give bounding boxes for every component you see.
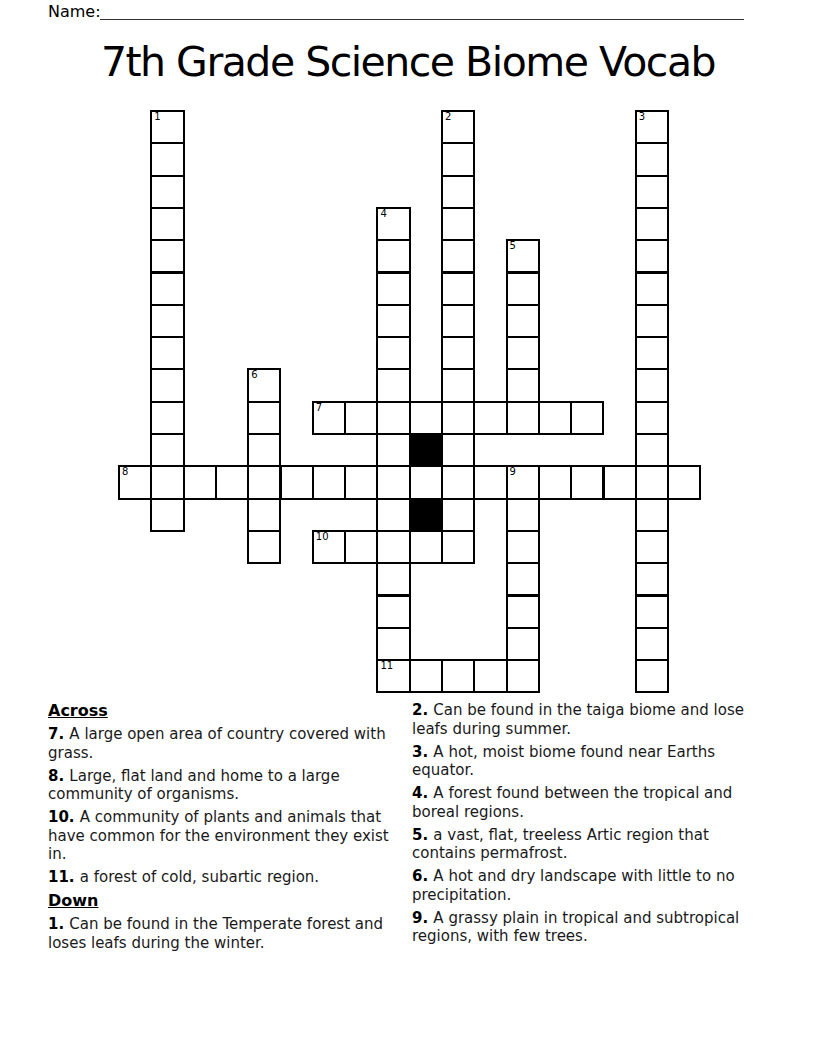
clue-number: 2	[445, 111, 451, 123]
page-title: 7th Grade Science Biome Vocab	[0, 38, 816, 86]
crossword-cell[interactable]: 8	[118, 465, 152, 499]
crossword-cell[interactable]: 5	[506, 239, 540, 273]
crossword-cell[interactable]	[376, 272, 410, 306]
crossword-cell[interactable]	[473, 659, 507, 693]
crossword-cell[interactable]	[635, 659, 669, 693]
clue-4: 4. A forest found between the tropical a…	[412, 784, 772, 821]
crossword-cell[interactable]	[506, 368, 540, 402]
crossword-cell[interactable]	[635, 433, 669, 467]
crossword-cell[interactable]	[506, 562, 540, 596]
clue-2: 2. Can be found in the taiga biome and l…	[412, 701, 772, 738]
clue-number: 8	[122, 466, 128, 478]
crossword-cell[interactable]	[150, 336, 184, 370]
name-label: Name:	[48, 2, 101, 21]
crossword-cell[interactable]	[376, 595, 410, 629]
crossword-cell[interactable]	[376, 562, 410, 596]
black-cell	[409, 433, 443, 467]
crossword-cell[interactable]	[667, 465, 701, 499]
crossword-cell[interactable]	[376, 530, 410, 564]
crossword-cell[interactable]	[506, 304, 540, 338]
clue-10: 10. A community of plants and animals th…	[48, 808, 396, 864]
clue-number: 6	[251, 369, 257, 381]
name-blank-line[interactable]	[100, 2, 744, 20]
crossword-cell[interactable]	[376, 304, 410, 338]
crossword-cell[interactable]	[538, 401, 572, 435]
crossword-cell[interactable]	[441, 175, 475, 209]
crossword-cell[interactable]	[150, 239, 184, 273]
crossword-cell[interactable]	[215, 465, 249, 499]
crossword-cell[interactable]	[247, 530, 281, 564]
crossword-cell[interactable]	[506, 272, 540, 306]
crossword-cell[interactable]	[473, 401, 507, 435]
crossword-cell[interactable]	[570, 401, 604, 435]
crossword-cell[interactable]	[344, 465, 378, 499]
crossword-cell[interactable]	[506, 336, 540, 370]
crossword-cell[interactable]	[376, 433, 410, 467]
crossword-cell[interactable]	[376, 401, 410, 435]
crossword-cell[interactable]	[376, 239, 410, 273]
crossword-cell[interactable]	[150, 368, 184, 402]
across-clues-list: 7. A large open area of country covered …	[48, 725, 396, 887]
crossword-cell[interactable]	[635, 304, 669, 338]
crossword-cell[interactable]	[409, 530, 443, 564]
crossword-cell[interactable]	[376, 336, 410, 370]
crossword-cell[interactable]	[635, 142, 669, 176]
crossword-cell[interactable]	[150, 465, 184, 499]
crossword-cell[interactable]	[409, 401, 443, 435]
crossword-cell[interactable]	[150, 304, 184, 338]
clue-5: 5. a vast, flat, treeless Artic region t…	[412, 826, 772, 863]
crossword-cell[interactable]	[441, 336, 475, 370]
clue-number: 9	[510, 466, 516, 478]
crossword-cell[interactable]: 10	[312, 530, 346, 564]
crossword-cell[interactable]	[441, 401, 475, 435]
crossword-cell[interactable]	[376, 498, 410, 532]
crossword-cell[interactable]	[441, 530, 475, 564]
clue-number: 10	[316, 531, 329, 543]
crossword-cell[interactable]	[409, 659, 443, 693]
crossword-cell[interactable]: 6	[247, 368, 281, 402]
crossword-cell[interactable]	[441, 304, 475, 338]
crossword-cell[interactable]: 7	[312, 401, 346, 435]
crossword-cell[interactable]	[441, 368, 475, 402]
crossword-cell[interactable]	[506, 659, 540, 693]
crossword-cell[interactable]	[441, 272, 475, 306]
crossword-cell[interactable]	[635, 368, 669, 402]
crossword-cell[interactable]	[150, 272, 184, 306]
crossword-cell[interactable]	[150, 433, 184, 467]
crossword-cell[interactable]	[150, 175, 184, 209]
crossword-cell[interactable]	[506, 498, 540, 532]
crossword-cell[interactable]	[635, 239, 669, 273]
clues-column-right: 2. Can be found in the taiga biome and l…	[412, 701, 772, 950]
crossword-cell[interactable]	[506, 530, 540, 564]
crossword-cell[interactable]	[506, 627, 540, 661]
crossword-cell[interactable]	[150, 498, 184, 532]
across-heading: Across	[48, 701, 396, 720]
crossword-cell[interactable]	[409, 465, 443, 499]
crossword-cell[interactable]	[441, 142, 475, 176]
crossword-cell[interactable]	[635, 175, 669, 209]
crossword-cell[interactable]: 2	[441, 110, 475, 144]
crossword-cell[interactable]	[280, 465, 314, 499]
clue-number: 4	[380, 208, 386, 220]
down-clues-list-right: 2. Can be found in the taiga biome and l…	[412, 701, 772, 946]
crossword-cell[interactable]: 4	[376, 207, 410, 241]
crossword-cell[interactable]	[183, 465, 217, 499]
crossword-cell[interactable]	[635, 595, 669, 629]
crossword-cell[interactable]: 1	[150, 110, 184, 144]
crossword-cell[interactable]	[635, 401, 669, 435]
crossword-grid: 1234567891011	[118, 110, 702, 694]
crossword-cell[interactable]	[506, 401, 540, 435]
crossword-cell[interactable]	[635, 498, 669, 532]
clue-7: 7. A large open area of country covered …	[48, 725, 396, 762]
crossword-cell[interactable]	[635, 207, 669, 241]
crossword-cell[interactable]	[506, 595, 540, 629]
clue-1: 1. Can be found in the Temperate forest …	[48, 915, 396, 952]
clue-number: 3	[639, 111, 645, 123]
crossword-cell[interactable]	[247, 433, 281, 467]
crossword-cell[interactable]	[376, 368, 410, 402]
crossword-cell[interactable]	[570, 465, 604, 499]
crossword-cell[interactable]	[441, 207, 475, 241]
down-clues-list-left: 1. Can be found in the Temperate forest …	[48, 915, 396, 952]
crossword-cell[interactable]	[441, 465, 475, 499]
crossword-cell[interactable]	[635, 465, 669, 499]
clue-11: 11. a forest of cold, subartic region.	[48, 868, 396, 887]
crossword-cell[interactable]	[441, 433, 475, 467]
black-cell	[409, 498, 443, 532]
crossword-cell[interactable]	[344, 401, 378, 435]
clue-number: 5	[510, 240, 516, 252]
crossword-cell[interactable]	[247, 401, 281, 435]
crossword-cell[interactable]	[635, 336, 669, 370]
crossword-cell[interactable]	[344, 530, 378, 564]
crossword-cell[interactable]	[441, 659, 475, 693]
clue-3: 3. A hot, moist biome found near Earths …	[412, 743, 772, 780]
crossword-cell[interactable]	[247, 498, 281, 532]
down-heading: Down	[48, 891, 396, 910]
crossword-cell[interactable]: 11	[376, 659, 410, 693]
crossword-cell[interactable]	[603, 465, 637, 499]
crossword-cell[interactable]	[635, 530, 669, 564]
crossword-cell[interactable]: 9	[506, 465, 540, 499]
crossword-cell[interactable]	[150, 401, 184, 435]
crossword-cell[interactable]	[150, 207, 184, 241]
clue-number: 11	[380, 660, 393, 672]
crossword-cell[interactable]	[473, 465, 507, 499]
clue-9: 9. A grassy plain in tropical and subtro…	[412, 909, 772, 946]
clue-8: 8. Large, flat land and home to a large …	[48, 767, 396, 804]
crossword-cell[interactable]	[635, 627, 669, 661]
crossword-cell[interactable]	[635, 272, 669, 306]
crossword-cell[interactable]	[441, 498, 475, 532]
crossword-cell[interactable]: 3	[635, 110, 669, 144]
clue-number: 7	[316, 402, 322, 414]
crossword-cell[interactable]	[376, 465, 410, 499]
clue-number: 1	[154, 111, 160, 123]
crossword-cell[interactable]	[441, 239, 475, 273]
crossword-cell[interactable]	[150, 142, 184, 176]
clues-column-left: Across 7. A large open area of country c…	[48, 701, 396, 957]
crossword-cell[interactable]	[538, 465, 572, 499]
crossword-cell[interactable]	[376, 627, 410, 661]
crossword-cell[interactable]	[247, 465, 281, 499]
crossword-cell[interactable]	[312, 465, 346, 499]
crossword-cell[interactable]	[635, 562, 669, 596]
clue-6: 6. A hot and dry landscape with little t…	[412, 867, 772, 904]
